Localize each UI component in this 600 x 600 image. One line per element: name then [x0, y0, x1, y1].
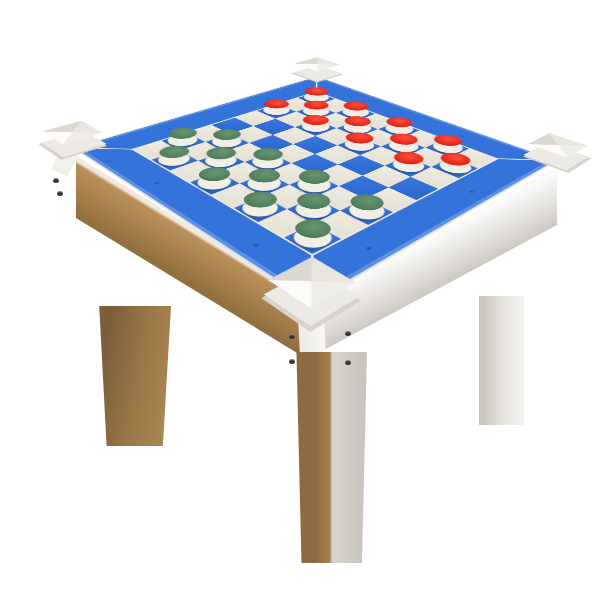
checker-red[interactable] — [300, 86, 333, 97]
scene — [0, 0, 600, 600]
corner-cap-near — [264, 268, 359, 326]
board-field — [131, 91, 499, 256]
corner-cap-left — [41, 130, 106, 157]
screw-dimple — [362, 100, 367, 102]
corner-cap-far — [292, 65, 342, 81]
screw-dimple — [153, 182, 159, 185]
table-top — [72, 76, 558, 304]
screw-dimple — [365, 246, 372, 250]
checker-red[interactable] — [259, 98, 294, 110]
corner-cap-right — [524, 143, 589, 171]
checker-green[interactable] — [201, 145, 242, 162]
screw-dimple — [253, 243, 260, 247]
screw-dimple — [266, 98, 271, 100]
checker-green[interactable] — [288, 216, 338, 242]
screw-dimple — [459, 135, 464, 137]
screw-dimple — [468, 190, 474, 193]
checkers-board — [134, 92, 496, 254]
screw-dimple — [166, 127, 171, 129]
tabletop-tilt-wrapper — [0, 0, 600, 600]
board-square[interactable] — [431, 158, 478, 179]
